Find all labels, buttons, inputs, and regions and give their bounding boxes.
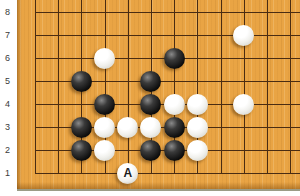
board-point-c1-r4[interactable] — [23, 93, 46, 116]
board-point-c2-r3[interactable] — [47, 116, 70, 139]
board-point-c1-r8[interactable] — [23, 1, 46, 24]
board-point-c6-r6[interactable] — [139, 47, 162, 70]
board-point-c12-r5[interactable] — [278, 70, 300, 93]
black-stone — [94, 94, 115, 115]
white-stone — [140, 117, 161, 138]
board-point-c4-r1[interactable] — [93, 162, 116, 185]
board-point-c6-r7[interactable] — [139, 24, 162, 47]
board-point-c2-r4[interactable] — [47, 93, 70, 116]
board-point-c3-r3[interactable] — [70, 116, 93, 139]
board-point-c11-r8[interactable] — [255, 1, 278, 24]
white-stone — [187, 117, 208, 138]
board-point-c3-r5[interactable] — [70, 70, 93, 93]
board-point-c5-r8[interactable] — [116, 1, 139, 24]
board-point-c1-r6[interactable] — [23, 47, 46, 70]
board-point-c5-r7[interactable] — [116, 24, 139, 47]
board-point-c7-r5[interactable] — [163, 70, 186, 93]
board-point-c11-r2[interactable] — [255, 139, 278, 162]
board-point-c9-r5[interactable] — [209, 70, 232, 93]
board-point-c9-r4[interactable] — [209, 93, 232, 116]
go-board: A — [17, 0, 300, 191]
board-point-c12-r4[interactable] — [278, 93, 300, 116]
board-point-c12-r7[interactable] — [278, 24, 300, 47]
board-point-c9-r3[interactable] — [209, 116, 232, 139]
board-point-c9-r1[interactable] — [209, 162, 232, 185]
marker-letter: A — [123, 167, 132, 179]
board-point-c10-r5[interactable] — [232, 70, 255, 93]
board-point-c12-r1[interactable] — [278, 162, 300, 185]
black-stone — [71, 140, 92, 161]
board-point-c12-r2[interactable] — [278, 139, 300, 162]
board-point-c8-r4[interactable] — [186, 93, 209, 116]
board-point-c1-r5[interactable] — [23, 70, 46, 93]
board-point-c6-r1[interactable] — [139, 162, 162, 185]
board-point-c6-r3[interactable] — [139, 116, 162, 139]
board-point-c8-r5[interactable] — [186, 70, 209, 93]
black-stone — [140, 94, 161, 115]
board-point-c7-r2[interactable] — [163, 139, 186, 162]
board-point-c10-r2[interactable] — [232, 139, 255, 162]
board-point-c10-r4[interactable] — [232, 93, 255, 116]
board-point-c1-r3[interactable] — [23, 116, 46, 139]
board-point-c3-r4[interactable] — [70, 93, 93, 116]
board-point-c12-r3[interactable] — [278, 116, 300, 139]
board-intersections: A — [23, 1, 300, 185]
black-stone — [164, 140, 185, 161]
board-point-c9-r8[interactable] — [209, 1, 232, 24]
board-point-c4-r7[interactable] — [93, 24, 116, 47]
row-label-4: 4 — [0, 99, 15, 109]
black-stone — [140, 71, 161, 92]
white-stone — [233, 25, 254, 46]
board-point-c5-r4[interactable] — [116, 93, 139, 116]
white-stone — [233, 94, 254, 115]
board-point-c3-r1[interactable] — [70, 162, 93, 185]
black-stone — [164, 48, 185, 69]
board-point-c1-r2[interactable] — [23, 139, 46, 162]
board-point-c5-r6[interactable] — [116, 47, 139, 70]
black-stone — [71, 71, 92, 92]
row-label-8: 8 — [0, 7, 15, 17]
board-point-c4-r8[interactable] — [93, 1, 116, 24]
board-point-c7-r1[interactable] — [163, 162, 186, 185]
board-point-c8-r3[interactable] — [186, 116, 209, 139]
row-coordinate-labels: 87654321 — [0, 0, 16, 189]
board-point-c4-r5[interactable] — [93, 70, 116, 93]
board-point-c6-r5[interactable] — [139, 70, 162, 93]
row-label-6: 6 — [0, 53, 15, 63]
board-point-c8-r6[interactable] — [186, 47, 209, 70]
board-point-c8-r8[interactable] — [186, 1, 209, 24]
row-label-7: 7 — [0, 30, 15, 40]
board-point-c9-r7[interactable] — [209, 24, 232, 47]
board-point-c10-r3[interactable] — [232, 116, 255, 139]
board-point-c3-r6[interactable] — [70, 47, 93, 70]
board-point-c11-r5[interactable] — [255, 70, 278, 93]
board-point-c5-r2[interactable] — [116, 139, 139, 162]
board-point-c3-r7[interactable] — [70, 24, 93, 47]
board-point-c6-r4[interactable] — [139, 93, 162, 116]
board-point-c1-r7[interactable] — [23, 24, 46, 47]
board-point-c4-r3[interactable] — [93, 116, 116, 139]
board-point-c5-r3[interactable] — [116, 116, 139, 139]
board-point-c6-r8[interactable] — [139, 1, 162, 24]
board-point-c5-r1[interactable]: A — [116, 162, 139, 185]
board-point-c11-r6[interactable] — [255, 47, 278, 70]
board-point-c8-r1[interactable] — [186, 162, 209, 185]
board-point-c10-r1[interactable] — [232, 162, 255, 185]
board-point-c9-r6[interactable] — [209, 47, 232, 70]
board-point-c2-r2[interactable] — [47, 139, 70, 162]
board-point-c2-r7[interactable] — [47, 24, 70, 47]
board-point-c2-r6[interactable] — [47, 47, 70, 70]
board-point-c2-r1[interactable] — [47, 162, 70, 185]
board-point-c8-r2[interactable] — [186, 139, 209, 162]
board-point-c11-r3[interactable] — [255, 116, 278, 139]
board-point-c4-r4[interactable] — [93, 93, 116, 116]
board-point-c10-r6[interactable] — [232, 47, 255, 70]
black-stone — [164, 117, 185, 138]
board-point-c3-r8[interactable] — [70, 1, 93, 24]
board-point-c7-r7[interactable] — [163, 24, 186, 47]
board-point-c11-r1[interactable] — [255, 162, 278, 185]
white-stone — [94, 117, 115, 138]
board-point-c6-r2[interactable] — [139, 139, 162, 162]
white-stone — [117, 117, 138, 138]
white-stone — [94, 48, 115, 69]
board-point-c7-r6[interactable] — [163, 47, 186, 70]
label-a-marker: A — [117, 163, 138, 184]
board-point-c11-r4[interactable] — [255, 93, 278, 116]
board-point-c7-r4[interactable] — [163, 93, 186, 116]
black-stone — [71, 117, 92, 138]
row-label-1: 1 — [0, 168, 15, 178]
board-point-c10-r7[interactable] — [232, 24, 255, 47]
board-point-c7-r8[interactable] — [163, 1, 186, 24]
board-point-c10-r8[interactable] — [232, 1, 255, 24]
board-point-c9-r2[interactable] — [209, 139, 232, 162]
board-point-c4-r6[interactable] — [93, 47, 116, 70]
white-stone — [187, 140, 208, 161]
board-point-c2-r5[interactable] — [47, 70, 70, 93]
board-point-c1-r1[interactable] — [23, 162, 46, 185]
board-point-c2-r8[interactable] — [47, 1, 70, 24]
row-label-2: 2 — [0, 145, 15, 155]
board-point-c7-r3[interactable] — [163, 116, 186, 139]
row-label-3: 3 — [0, 122, 15, 132]
white-stone — [94, 140, 115, 161]
white-stone — [164, 94, 185, 115]
go-diagram: 87654321 A — [0, 0, 300, 196]
board-point-c4-r2[interactable] — [93, 139, 116, 162]
white-stone — [187, 94, 208, 115]
row-label-5: 5 — [0, 76, 15, 86]
board-point-c12-r8[interactable] — [278, 1, 300, 24]
board-point-c8-r7[interactable] — [186, 24, 209, 47]
black-stone — [140, 140, 161, 161]
board-point-c3-r2[interactable] — [70, 139, 93, 162]
board-point-c11-r7[interactable] — [255, 24, 278, 47]
board-point-c5-r5[interactable] — [116, 70, 139, 93]
board-point-c12-r6[interactable] — [278, 47, 300, 70]
